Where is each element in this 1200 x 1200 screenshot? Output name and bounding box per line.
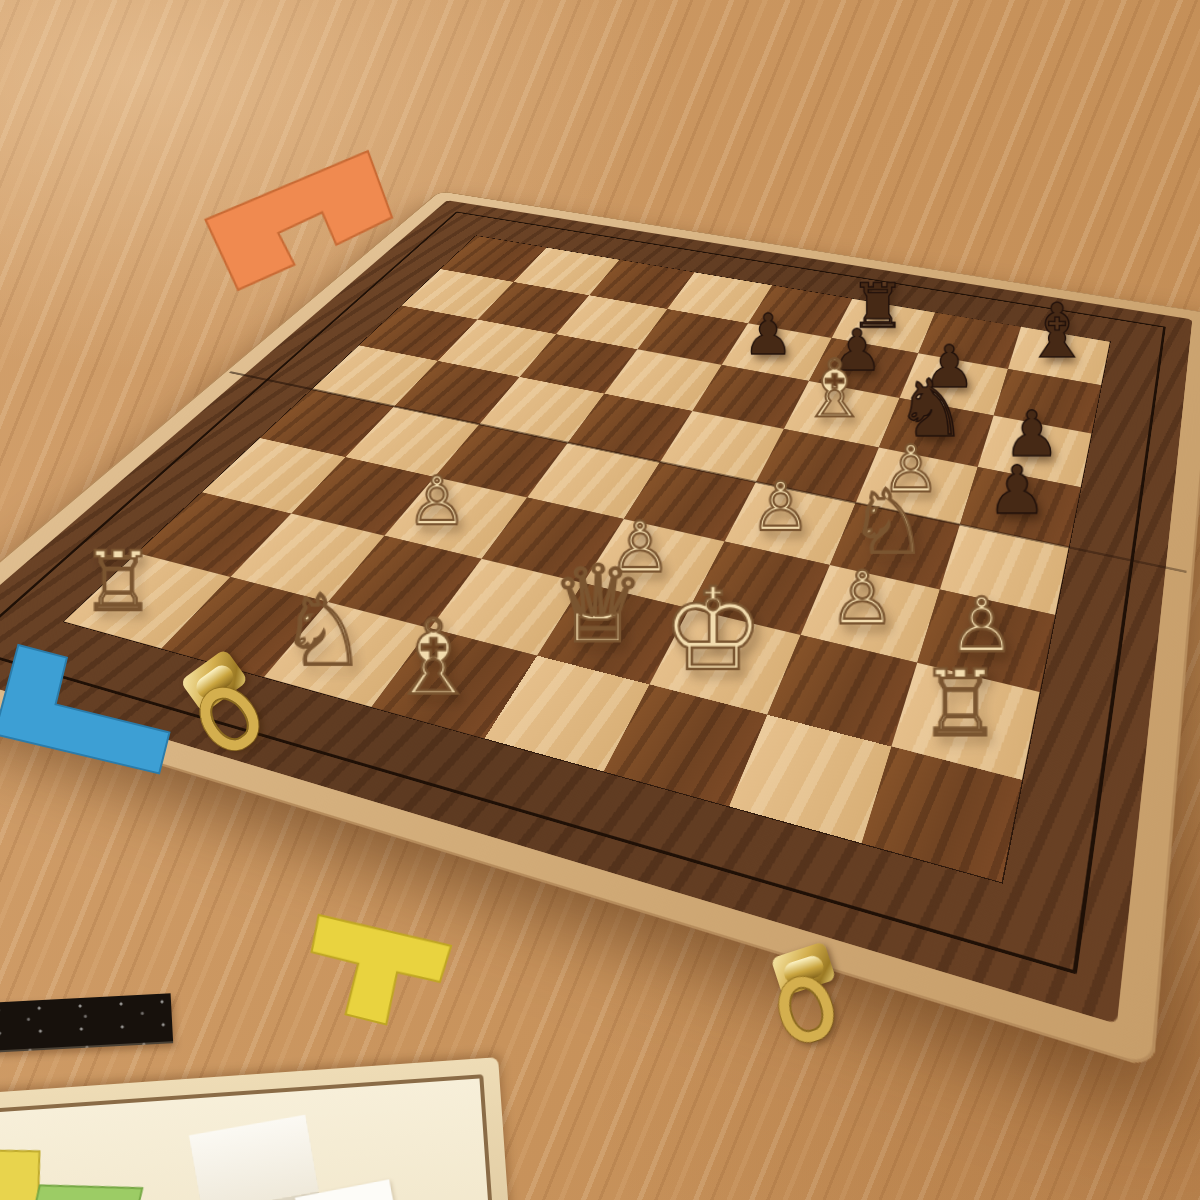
- piece-white-pawn[interactable]: ♙: [383, 455, 491, 548]
- black-ruler: [0, 993, 173, 1052]
- piece-white-rook[interactable]: ♖: [59, 528, 176, 636]
- scene: ♜♝♟♟♟♗♞♟♙♟♙♘♙♙♙♙♕♔♖♖♘♗: [0, 0, 1200, 1200]
- piece-white-bishop[interactable]: ♗: [370, 593, 496, 724]
- piece-white-knight[interactable]: ♘: [262, 570, 385, 693]
- piece-white-rook[interactable]: ♖: [895, 644, 1025, 764]
- piece-white-queen[interactable]: ♕: [538, 539, 659, 672]
- piece-white-pawn[interactable]: ♙: [726, 460, 835, 554]
- piece-white-king[interactable]: ♔: [651, 560, 775, 701]
- piece-black-bishop[interactable]: ♝: [1011, 284, 1102, 379]
- piece-black-pawn[interactable]: ♟: [963, 444, 1070, 536]
- piece-white-pawn[interactable]: ♙: [803, 547, 922, 649]
